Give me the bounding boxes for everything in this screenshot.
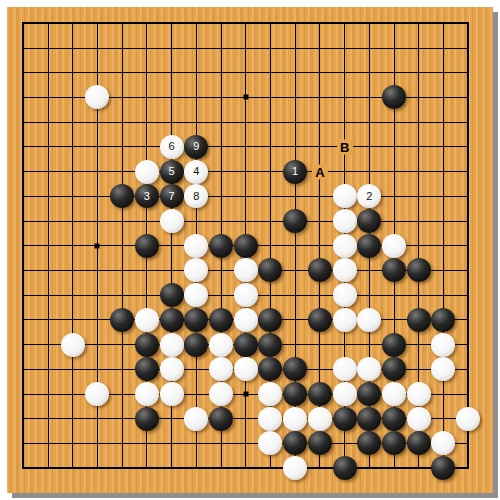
- white-stone: 4: [184, 160, 208, 184]
- black-stone: [135, 333, 159, 357]
- black-stone: [382, 333, 406, 357]
- star-point: [95, 243, 100, 248]
- black-stone: [431, 308, 455, 332]
- star-point: [243, 95, 248, 100]
- white-stone: [184, 283, 208, 307]
- move-number-label: 3: [135, 184, 159, 208]
- white-stone: [184, 234, 208, 258]
- grid-line-vertical: [467, 22, 469, 469]
- black-stone: [283, 209, 307, 233]
- black-stone: [308, 308, 332, 332]
- move-number-label: 7: [160, 184, 184, 208]
- white-stone: [234, 357, 258, 381]
- black-stone: 9: [184, 135, 208, 159]
- black-stone: [258, 333, 282, 357]
- white-stone: [431, 357, 455, 381]
- white-stone: [431, 333, 455, 357]
- black-stone: [407, 258, 431, 282]
- white-stone: [209, 382, 233, 406]
- white-stone: [184, 407, 208, 431]
- white-stone: [382, 382, 406, 406]
- black-stone: [357, 209, 381, 233]
- move-number-label: 1: [283, 160, 307, 184]
- black-stone: [135, 234, 159, 258]
- black-stone: [283, 357, 307, 381]
- black-stone: [160, 283, 184, 307]
- white-stone: [135, 308, 159, 332]
- black-stone: [234, 234, 258, 258]
- white-stone: [333, 382, 357, 406]
- grid-line-horizontal: [22, 467, 469, 469]
- move-number-label: 8: [184, 184, 208, 208]
- black-stone: [209, 308, 233, 332]
- black-stone: [308, 382, 332, 406]
- black-stone: [308, 258, 332, 282]
- move-number-label: 6: [160, 135, 184, 159]
- black-stone: [431, 456, 455, 480]
- white-stone: 6: [160, 135, 184, 159]
- black-stone: [135, 357, 159, 381]
- black-stone: [333, 407, 357, 431]
- white-stone: [333, 308, 357, 332]
- black-stone: 7: [160, 184, 184, 208]
- black-stone: [160, 308, 184, 332]
- black-stone: [382, 357, 406, 381]
- black-stone: [407, 431, 431, 455]
- white-stone: [333, 209, 357, 233]
- black-stone: 5: [160, 160, 184, 184]
- black-stone: [357, 234, 381, 258]
- white-stone: [209, 333, 233, 357]
- white-stone: [333, 184, 357, 208]
- white-stone: [258, 431, 282, 455]
- white-stone: [407, 382, 431, 406]
- move-number-label: 4: [184, 160, 208, 184]
- star-point: [243, 392, 248, 397]
- point-label-b: B: [337, 139, 353, 154]
- white-stone: [382, 234, 406, 258]
- white-stone: [234, 308, 258, 332]
- black-stone: 1: [283, 160, 307, 184]
- white-stone: [431, 431, 455, 455]
- black-stone: [258, 357, 282, 381]
- black-stone: [308, 431, 332, 455]
- black-stone: [258, 308, 282, 332]
- black-stone: [407, 308, 431, 332]
- black-stone: [357, 431, 381, 455]
- move-number-label: 9: [184, 135, 208, 159]
- black-stone: [209, 234, 233, 258]
- go-board[interactable]: 695413782AB: [7, 7, 493, 493]
- black-stone: [135, 407, 159, 431]
- white-stone: [357, 357, 381, 381]
- white-stone: [234, 258, 258, 282]
- black-stone: [357, 382, 381, 406]
- white-stone: [407, 407, 431, 431]
- white-stone: [160, 333, 184, 357]
- white-stone: [333, 234, 357, 258]
- black-stone: [283, 382, 307, 406]
- white-stone: [135, 160, 159, 184]
- grid-line-vertical: [443, 22, 444, 469]
- white-stone: [333, 357, 357, 381]
- white-stone: [308, 407, 332, 431]
- white-stone: [160, 382, 184, 406]
- white-stone: [333, 283, 357, 307]
- white-stone: [184, 258, 208, 282]
- white-stone: [258, 407, 282, 431]
- black-stone: [382, 258, 406, 282]
- black-stone: [258, 258, 282, 282]
- black-stone: [333, 456, 357, 480]
- black-stone: [234, 333, 258, 357]
- white-stone: [234, 283, 258, 307]
- white-stone: [283, 407, 307, 431]
- white-stone: [333, 258, 357, 282]
- white-stone: [135, 382, 159, 406]
- black-stone: [357, 407, 381, 431]
- white-stone: [283, 456, 307, 480]
- move-number-label: 2: [357, 184, 381, 208]
- white-stone: [160, 209, 184, 233]
- black-stone: [110, 184, 134, 208]
- black-stone: [382, 431, 406, 455]
- black-stone: [110, 308, 134, 332]
- black-stone: [184, 308, 208, 332]
- black-stone: [283, 431, 307, 455]
- black-stone: [184, 333, 208, 357]
- point-label-a: A: [312, 164, 328, 179]
- move-number-label: 5: [160, 160, 184, 184]
- white-stone: [357, 308, 381, 332]
- white-stone: [258, 382, 282, 406]
- white-stone: 2: [357, 184, 381, 208]
- white-stone: [160, 357, 184, 381]
- white-stone: [85, 382, 109, 406]
- white-stone: [456, 407, 480, 431]
- white-stone: [85, 85, 109, 109]
- white-stone: 8: [184, 184, 208, 208]
- black-stone: [209, 407, 233, 431]
- black-stone: [382, 85, 406, 109]
- white-stone: [209, 357, 233, 381]
- black-stone: 3: [135, 184, 159, 208]
- page-background: 695413782AB: [0, 0, 500, 500]
- white-stone: [61, 333, 85, 357]
- black-stone: [382, 407, 406, 431]
